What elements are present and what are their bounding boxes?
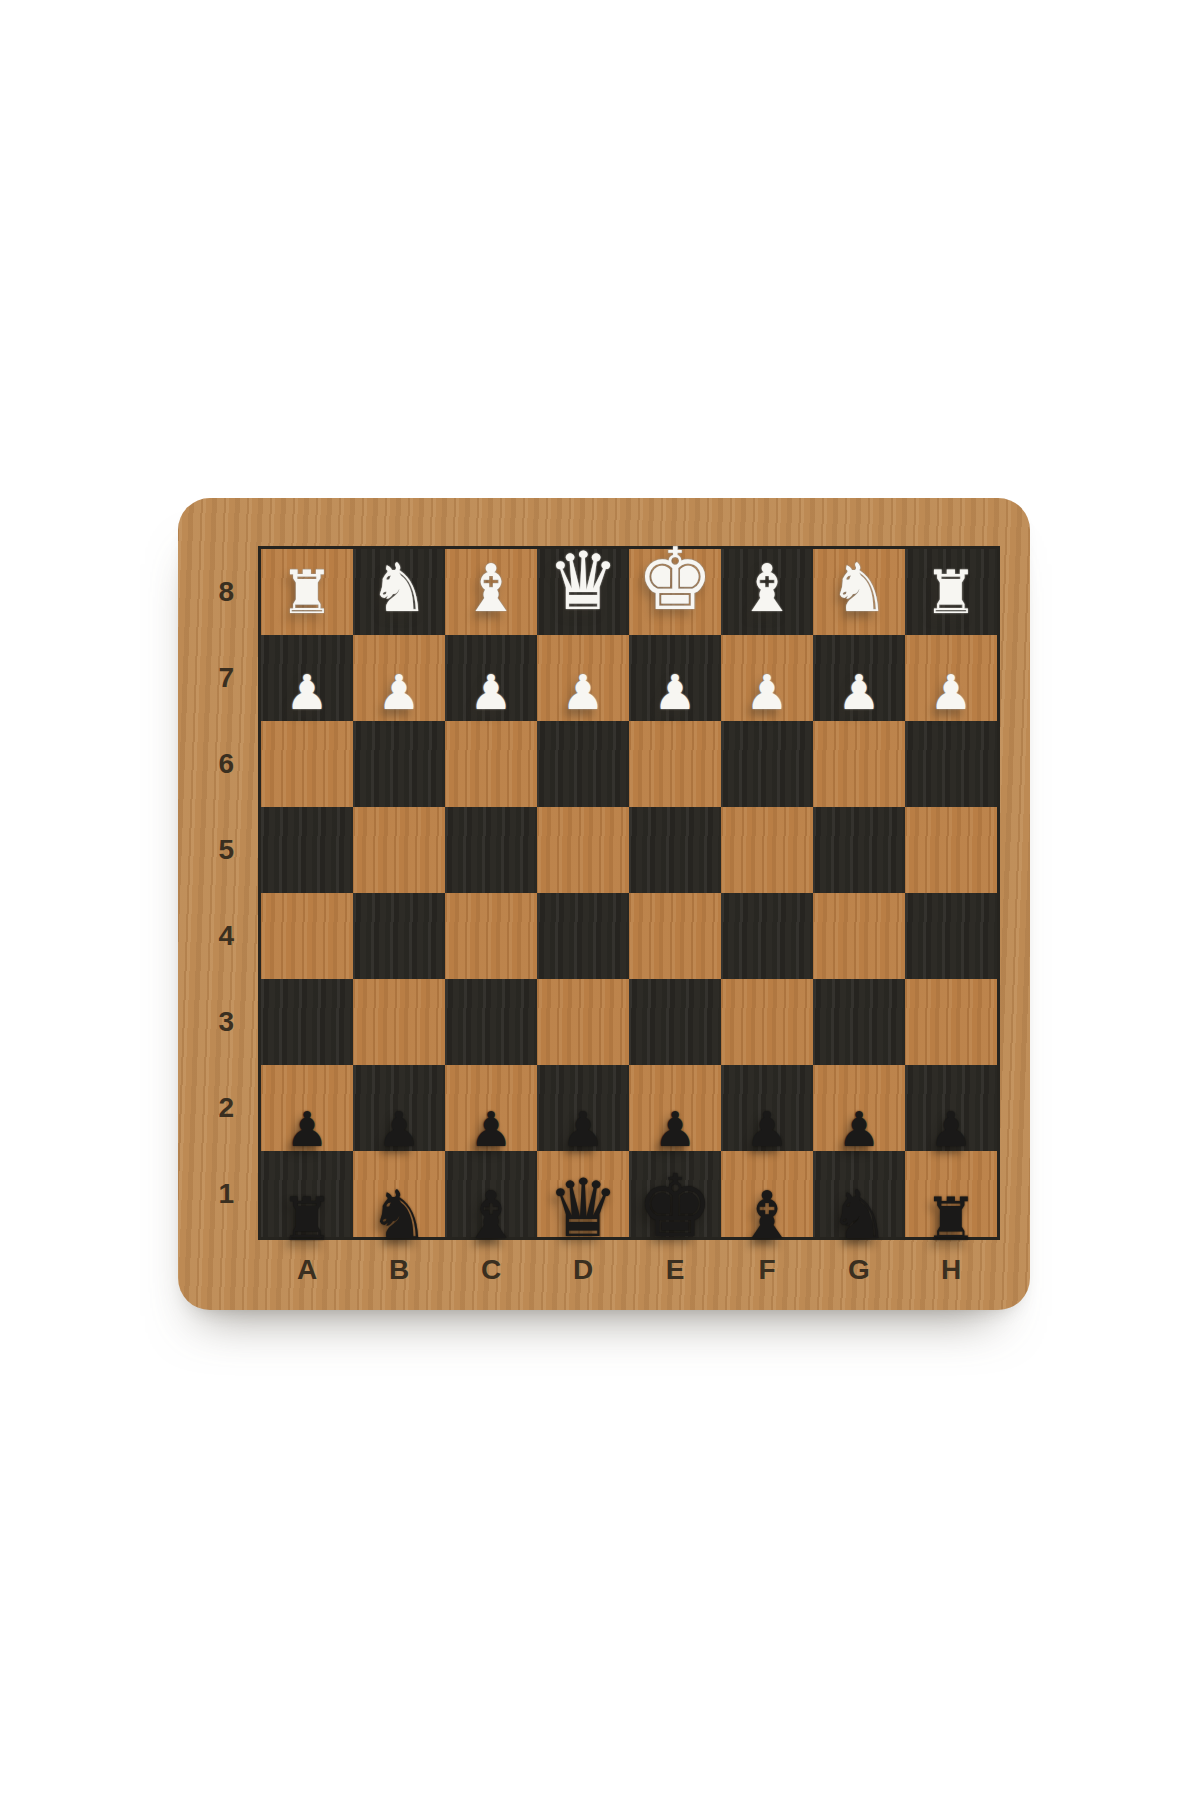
- square-e1[interactable]: ♚: [629, 1151, 721, 1237]
- rank-label-2: 2: [178, 1065, 250, 1151]
- square-c2[interactable]: ♟: [445, 1065, 537, 1151]
- square-d7[interactable]: ♟: [537, 635, 629, 721]
- square-b7[interactable]: ♟: [353, 635, 445, 721]
- file-label-d: D: [537, 1243, 629, 1297]
- file-label-a: A: [261, 1243, 353, 1297]
- square-a4[interactable]: [261, 893, 353, 979]
- piece-white-pawn-c7[interactable]: ♟: [469, 668, 512, 716]
- square-f3[interactable]: [721, 979, 813, 1065]
- square-b2[interactable]: ♟: [353, 1065, 445, 1151]
- square-a2[interactable]: ♟: [261, 1065, 353, 1151]
- board-grid: ♜♞♝♛♚♝♞♜♟♟♟♟♟♟♟♟♟♟♟♟♟♟♟♟♜♞♝♛♚♝♞♜: [258, 546, 1000, 1240]
- piece-black-pawn-c2[interactable]: ♟: [469, 1105, 512, 1153]
- piece-black-knight-b1[interactable]: ♞: [369, 1182, 429, 1249]
- square-a5[interactable]: [261, 807, 353, 893]
- rank-label-4: 4: [178, 893, 250, 979]
- piece-white-queen-d8[interactable]: ♛: [547, 542, 619, 622]
- piece-black-rook-h1[interactable]: ♜: [924, 1189, 978, 1249]
- piece-black-knight-g1[interactable]: ♞: [829, 1182, 889, 1249]
- square-d8[interactable]: ♛: [537, 549, 629, 635]
- piece-white-rook-a8[interactable]: ♜: [280, 562, 334, 622]
- chessboard: 87654321 ♜♞♝♛♚♝♞♜♟♟♟♟♟♟♟♟♟♟♟♟♟♟♟♟♜♞♝♛♚♝♞…: [178, 498, 1030, 1310]
- square-c6[interactable]: [445, 721, 537, 807]
- piece-white-pawn-d7[interactable]: ♟: [561, 668, 604, 716]
- rank-label-8: 8: [178, 549, 250, 635]
- piece-white-pawn-b7[interactable]: ♟: [377, 668, 420, 716]
- square-h7[interactable]: ♟: [905, 635, 997, 721]
- piece-black-pawn-e2[interactable]: ♟: [653, 1105, 696, 1153]
- square-c5[interactable]: [445, 807, 537, 893]
- piece-white-bishop-f8[interactable]: ♝: [737, 556, 796, 622]
- square-f4[interactable]: [721, 893, 813, 979]
- square-a3[interactable]: [261, 979, 353, 1065]
- square-e4[interactable]: [629, 893, 721, 979]
- square-f8[interactable]: ♝: [721, 549, 813, 635]
- square-e3[interactable]: [629, 979, 721, 1065]
- square-h8[interactable]: ♜: [905, 549, 997, 635]
- square-a6[interactable]: [261, 721, 353, 807]
- square-h6[interactable]: [905, 721, 997, 807]
- square-a1[interactable]: ♜: [261, 1151, 353, 1237]
- square-c1[interactable]: ♝: [445, 1151, 537, 1237]
- piece-black-king-e1[interactable]: ♚: [636, 1163, 713, 1249]
- piece-white-pawn-a7[interactable]: ♟: [285, 668, 328, 716]
- piece-black-pawn-d2[interactable]: ♟: [561, 1105, 604, 1153]
- piece-black-bishop-c1[interactable]: ♝: [461, 1183, 520, 1249]
- square-b4[interactable]: [353, 893, 445, 979]
- piece-black-queen-d1[interactable]: ♛: [547, 1169, 619, 1249]
- page-background: { "game": { "name": "Chess", "board_type…: [0, 0, 1200, 1800]
- piece-white-bishop-c8[interactable]: ♝: [461, 556, 520, 622]
- square-f2[interactable]: ♟: [721, 1065, 813, 1151]
- piece-black-pawn-b2[interactable]: ♟: [377, 1105, 420, 1153]
- piece-white-pawn-e7[interactable]: ♟: [653, 668, 696, 716]
- file-label-g: G: [813, 1243, 905, 1297]
- square-f7[interactable]: ♟: [721, 635, 813, 721]
- piece-white-pawn-g7[interactable]: ♟: [837, 668, 880, 716]
- piece-white-knight-b8[interactable]: ♞: [369, 555, 429, 622]
- square-g4[interactable]: [813, 893, 905, 979]
- square-e7[interactable]: ♟: [629, 635, 721, 721]
- square-b8[interactable]: ♞: [353, 549, 445, 635]
- square-e2[interactable]: ♟: [629, 1065, 721, 1151]
- piece-black-pawn-h2[interactable]: ♟: [929, 1105, 972, 1153]
- piece-white-pawn-h7[interactable]: ♟: [929, 668, 972, 716]
- piece-black-pawn-g2[interactable]: ♟: [837, 1105, 880, 1153]
- rank-label-3: 3: [178, 979, 250, 1065]
- file-label-h: H: [905, 1243, 997, 1297]
- piece-black-pawn-a2[interactable]: ♟: [285, 1105, 328, 1153]
- square-h5[interactable]: [905, 807, 997, 893]
- piece-white-knight-g8[interactable]: ♞: [829, 555, 889, 622]
- file-label-e: E: [629, 1243, 721, 1297]
- rank-label-1: 1: [178, 1151, 250, 1237]
- square-g6[interactable]: [813, 721, 905, 807]
- piece-black-pawn-f2[interactable]: ♟: [745, 1105, 788, 1153]
- square-g3[interactable]: [813, 979, 905, 1065]
- square-e8[interactable]: ♚: [629, 549, 721, 635]
- square-d6[interactable]: [537, 721, 629, 807]
- square-c3[interactable]: [445, 979, 537, 1065]
- square-g2[interactable]: ♟: [813, 1065, 905, 1151]
- square-f6[interactable]: [721, 721, 813, 807]
- rank-labels: 87654321: [178, 549, 250, 1237]
- square-d3[interactable]: [537, 979, 629, 1065]
- square-g7[interactable]: ♟: [813, 635, 905, 721]
- file-label-b: B: [353, 1243, 445, 1297]
- square-g5[interactable]: [813, 807, 905, 893]
- square-c4[interactable]: [445, 893, 537, 979]
- square-e5[interactable]: [629, 807, 721, 893]
- square-b5[interactable]: [353, 807, 445, 893]
- square-c7[interactable]: ♟: [445, 635, 537, 721]
- square-f5[interactable]: [721, 807, 813, 893]
- square-d4[interactable]: [537, 893, 629, 979]
- square-a8[interactable]: ♜: [261, 549, 353, 635]
- square-h1[interactable]: ♜: [905, 1151, 997, 1237]
- rank-label-6: 6: [178, 721, 250, 807]
- square-b6[interactable]: [353, 721, 445, 807]
- square-g1[interactable]: ♞: [813, 1151, 905, 1237]
- square-h3[interactable]: [905, 979, 997, 1065]
- square-h2[interactable]: ♟: [905, 1065, 997, 1151]
- square-b1[interactable]: ♞: [353, 1151, 445, 1237]
- square-d5[interactable]: [537, 807, 629, 893]
- square-c8[interactable]: ♝: [445, 549, 537, 635]
- piece-white-king-e8[interactable]: ♚: [636, 536, 713, 622]
- rank-label-7: 7: [178, 635, 250, 721]
- square-d2[interactable]: ♟: [537, 1065, 629, 1151]
- file-label-c: C: [445, 1243, 537, 1297]
- file-labels: ABCDEFGH: [261, 1243, 997, 1297]
- piece-white-rook-h8[interactable]: ♜: [924, 562, 978, 622]
- square-h4[interactable]: [905, 893, 997, 979]
- piece-black-bishop-f1[interactable]: ♝: [737, 1183, 796, 1249]
- piece-black-rook-a1[interactable]: ♜: [280, 1189, 334, 1249]
- square-a7[interactable]: ♟: [261, 635, 353, 721]
- square-e6[interactable]: [629, 721, 721, 807]
- square-f1[interactable]: ♝: [721, 1151, 813, 1237]
- square-d1[interactable]: ♛: [537, 1151, 629, 1237]
- square-g8[interactable]: ♞: [813, 549, 905, 635]
- file-label-f: F: [721, 1243, 813, 1297]
- rank-label-5: 5: [178, 807, 250, 893]
- piece-white-pawn-f7[interactable]: ♟: [745, 668, 788, 716]
- square-b3[interactable]: [353, 979, 445, 1065]
